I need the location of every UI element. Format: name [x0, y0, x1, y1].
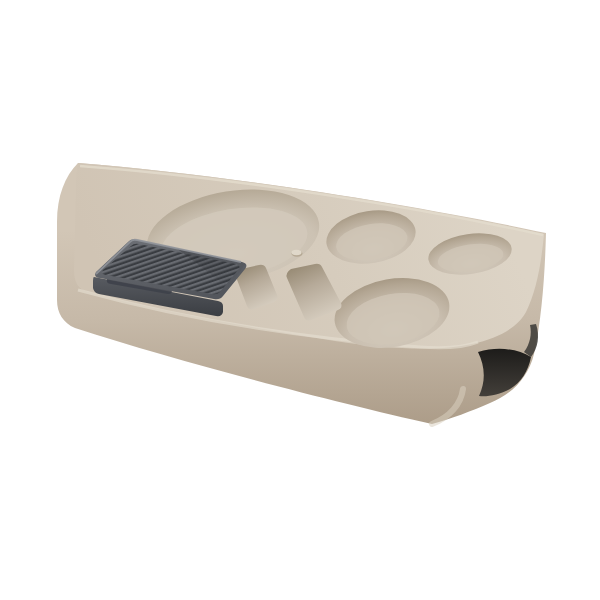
organizer-tray-render: [0, 0, 600, 600]
product-photo: [0, 0, 600, 600]
